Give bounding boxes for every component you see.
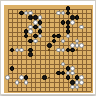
grid-line-horizontal <box>8 64 92 65</box>
black-stone[interactable] <box>61 71 66 76</box>
white-stone[interactable] <box>75 85 80 90</box>
black-stone[interactable] <box>33 25 38 30</box>
black-stone[interactable] <box>10 66 15 71</box>
star-point <box>76 49 78 51</box>
white-stone[interactable] <box>70 66 75 71</box>
grid-line-horizontal <box>8 73 92 74</box>
grid-line-vertical <box>91 9 92 92</box>
black-stone[interactable] <box>38 20 43 25</box>
black-stone[interactable] <box>28 52 33 57</box>
white-stone[interactable] <box>61 62 66 67</box>
white-stone[interactable] <box>79 25 84 30</box>
black-stone[interactable] <box>42 75 47 80</box>
white-stone[interactable] <box>79 43 84 48</box>
black-stone[interactable] <box>47 43 52 48</box>
white-stone[interactable] <box>28 29 33 34</box>
grid-line-horizontal <box>8 55 92 56</box>
white-stone[interactable] <box>79 80 84 85</box>
star-point <box>48 22 50 24</box>
black-stone[interactable] <box>66 75 71 80</box>
white-stone[interactable] <box>61 39 66 44</box>
black-stone[interactable] <box>24 34 29 39</box>
black-stone[interactable] <box>66 11 71 16</box>
white-stone[interactable] <box>19 48 24 53</box>
black-stone[interactable] <box>10 48 15 53</box>
white-stone[interactable] <box>19 75 24 80</box>
grid-line-horizontal <box>8 59 92 60</box>
white-stone[interactable] <box>38 34 43 39</box>
black-stone[interactable] <box>56 34 61 39</box>
black-stone[interactable] <box>33 34 38 39</box>
white-stone[interactable] <box>33 20 38 25</box>
black-stone[interactable] <box>61 20 66 25</box>
grid-line-vertical <box>86 9 87 92</box>
grid-line-vertical <box>54 9 55 92</box>
white-stone[interactable] <box>15 80 20 85</box>
grid-line-horizontal <box>8 91 92 92</box>
board-frame <box>0 0 96 95</box>
white-stone[interactable] <box>5 75 10 80</box>
grid-line-horizontal <box>8 68 92 69</box>
white-stone[interactable] <box>24 80 29 85</box>
go-board[interactable] <box>4 5 93 93</box>
white-stone[interactable] <box>61 48 66 53</box>
black-stone[interactable] <box>75 15 80 20</box>
star-point <box>48 49 50 51</box>
white-stone[interactable] <box>33 39 38 44</box>
white-stone[interactable] <box>61 11 66 16</box>
black-stone[interactable] <box>19 11 24 16</box>
black-stone[interactable] <box>52 39 57 44</box>
black-stone[interactable] <box>70 48 75 53</box>
go-app-window <box>0 0 96 96</box>
white-stone[interactable] <box>70 71 75 76</box>
white-stone[interactable] <box>66 34 71 39</box>
white-stone[interactable] <box>70 20 75 25</box>
star-point <box>76 22 78 24</box>
